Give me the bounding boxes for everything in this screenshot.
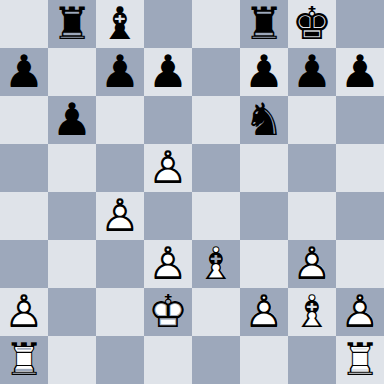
square-g6[interactable] (288, 96, 336, 144)
square-f4[interactable] (240, 192, 288, 240)
square-e2[interactable] (192, 288, 240, 336)
square-c8[interactable]: ♝ (96, 0, 144, 48)
square-g1[interactable] (288, 336, 336, 384)
square-c3[interactable] (96, 240, 144, 288)
piece-glyph-outline: ♔ (144, 288, 192, 336)
square-g7[interactable]: ♟ (288, 48, 336, 96)
square-d1[interactable] (144, 336, 192, 384)
square-c6[interactable] (96, 96, 144, 144)
piece-white-rook[interactable]: ♜♖ (0, 336, 48, 384)
square-e7[interactable] (192, 48, 240, 96)
piece-white-rook[interactable]: ♜♖ (336, 336, 384, 384)
square-d7[interactable]: ♟ (144, 48, 192, 96)
piece-white-pawn[interactable]: ♟♙ (96, 192, 144, 240)
piece-black-pawn[interactable]: ♟ (336, 48, 384, 96)
square-e5[interactable] (192, 144, 240, 192)
square-f1[interactable] (240, 336, 288, 384)
piece-black-pawn[interactable]: ♟ (0, 48, 48, 96)
square-h3[interactable] (336, 240, 384, 288)
piece-black-bishop[interactable]: ♝ (96, 0, 144, 48)
piece-white-bishop[interactable]: ♝♗ (288, 288, 336, 336)
piece-black-pawn[interactable]: ♟ (240, 48, 288, 96)
square-a2[interactable]: ♟♙ (0, 288, 48, 336)
chess-board: ♜♝♜♚♟♟♟♟♟♟♟♞♟♙♟♙♟♙♝♗♟♙♟♙♚♔♟♙♝♗♟♙♜♖♜♖ (0, 0, 384, 384)
piece-black-rook[interactable]: ♜ (48, 0, 96, 48)
piece-black-pawn[interactable]: ♟ (144, 48, 192, 96)
square-h8[interactable] (336, 0, 384, 48)
square-b8[interactable]: ♜ (48, 0, 96, 48)
square-a8[interactable] (0, 0, 48, 48)
square-h6[interactable] (336, 96, 384, 144)
square-a4[interactable] (0, 192, 48, 240)
square-f8[interactable]: ♜ (240, 0, 288, 48)
square-g4[interactable] (288, 192, 336, 240)
square-d5[interactable]: ♟♙ (144, 144, 192, 192)
square-d6[interactable] (144, 96, 192, 144)
square-f6[interactable]: ♞ (240, 96, 288, 144)
piece-glyph-outline: ♙ (336, 288, 384, 336)
square-e8[interactable] (192, 0, 240, 48)
square-f7[interactable]: ♟ (240, 48, 288, 96)
square-e3[interactable]: ♝♗ (192, 240, 240, 288)
square-a5[interactable] (0, 144, 48, 192)
piece-white-pawn[interactable]: ♟♙ (0, 288, 48, 336)
piece-white-pawn[interactable]: ♟♙ (240, 288, 288, 336)
piece-white-pawn[interactable]: ♟♙ (336, 288, 384, 336)
square-g5[interactable] (288, 144, 336, 192)
square-h1[interactable]: ♜♖ (336, 336, 384, 384)
piece-glyph-outline: ♗ (192, 240, 240, 288)
piece-black-king[interactable]: ♚ (288, 0, 336, 48)
piece-black-knight[interactable]: ♞ (240, 96, 288, 144)
square-d4[interactable] (144, 192, 192, 240)
square-h7[interactable]: ♟ (336, 48, 384, 96)
piece-black-rook[interactable]: ♜ (240, 0, 288, 48)
square-b1[interactable] (48, 336, 96, 384)
piece-black-pawn[interactable]: ♟ (96, 48, 144, 96)
square-g8[interactable]: ♚ (288, 0, 336, 48)
square-h2[interactable]: ♟♙ (336, 288, 384, 336)
square-a3[interactable] (0, 240, 48, 288)
square-c1[interactable] (96, 336, 144, 384)
piece-glyph-outline: ♙ (96, 192, 144, 240)
square-b2[interactable] (48, 288, 96, 336)
square-e6[interactable] (192, 96, 240, 144)
square-b4[interactable] (48, 192, 96, 240)
square-c2[interactable] (96, 288, 144, 336)
piece-glyph-outline: ♖ (336, 336, 384, 384)
piece-white-pawn[interactable]: ♟♙ (288, 240, 336, 288)
piece-white-pawn[interactable]: ♟♙ (144, 144, 192, 192)
square-b5[interactable] (48, 144, 96, 192)
square-f5[interactable] (240, 144, 288, 192)
square-g2[interactable]: ♝♗ (288, 288, 336, 336)
square-f3[interactable] (240, 240, 288, 288)
square-c5[interactable] (96, 144, 144, 192)
piece-black-pawn[interactable]: ♟ (288, 48, 336, 96)
square-d8[interactable] (144, 0, 192, 48)
square-e4[interactable] (192, 192, 240, 240)
square-d2[interactable]: ♚♔ (144, 288, 192, 336)
square-a7[interactable]: ♟ (0, 48, 48, 96)
square-e1[interactable] (192, 336, 240, 384)
square-b3[interactable] (48, 240, 96, 288)
square-h5[interactable] (336, 144, 384, 192)
square-c4[interactable]: ♟♙ (96, 192, 144, 240)
square-a1[interactable]: ♜♖ (0, 336, 48, 384)
piece-white-bishop[interactable]: ♝♗ (192, 240, 240, 288)
square-b7[interactable] (48, 48, 96, 96)
square-h4[interactable] (336, 192, 384, 240)
piece-glyph-outline: ♙ (0, 288, 48, 336)
piece-glyph-outline: ♙ (240, 288, 288, 336)
square-a6[interactable] (0, 96, 48, 144)
square-f2[interactable]: ♟♙ (240, 288, 288, 336)
piece-white-king[interactable]: ♚♔ (144, 288, 192, 336)
piece-glyph-outline: ♖ (0, 336, 48, 384)
piece-glyph-outline: ♙ (288, 240, 336, 288)
square-g3[interactable]: ♟♙ (288, 240, 336, 288)
square-d3[interactable]: ♟♙ (144, 240, 192, 288)
piece-glyph-outline: ♙ (144, 240, 192, 288)
square-b6[interactable]: ♟ (48, 96, 96, 144)
square-c7[interactable]: ♟ (96, 48, 144, 96)
piece-black-pawn[interactable]: ♟ (48, 96, 96, 144)
piece-glyph-outline: ♗ (288, 288, 336, 336)
piece-white-pawn[interactable]: ♟♙ (144, 240, 192, 288)
piece-glyph-outline: ♙ (144, 144, 192, 192)
